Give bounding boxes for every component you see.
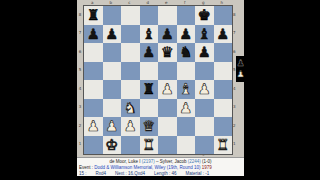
square-d3[interactable]: [140, 99, 159, 118]
square-g3[interactable]: [195, 99, 214, 118]
next-move: Next : 16.Qxd4: [115, 171, 145, 176]
square-g7[interactable]: ♝: [195, 25, 214, 44]
square-c3[interactable]: ♞: [121, 99, 140, 118]
square-d8[interactable]: [140, 6, 159, 25]
square-g2[interactable]: [195, 117, 214, 136]
square-c7[interactable]: [121, 25, 140, 44]
white-queen-d2: ♛: [142, 117, 155, 136]
square-a3[interactable]: [84, 99, 103, 118]
square-d6[interactable]: ♟: [140, 43, 159, 62]
black-pawn-g6: ♟: [198, 43, 211, 62]
black-rook-d4: ♜: [142, 80, 155, 99]
square-b3[interactable]: [103, 99, 122, 118]
square-c2[interactable]: ♟: [121, 117, 140, 136]
square-f7[interactable]: ♟: [177, 25, 196, 44]
square-d5[interactable]: [140, 62, 159, 81]
square-a1[interactable]: [84, 136, 103, 155]
square-b8[interactable]: [103, 6, 122, 25]
white-player-name: de Moor, Luke I: [109, 159, 140, 164]
video-frame: abcdefgh abcdefgh 87654321 87654321 ♜♚♟♟…: [0, 0, 320, 180]
square-c1[interactable]: [121, 136, 140, 155]
move-number: 15 :: [79, 171, 87, 176]
square-a4[interactable]: [84, 80, 103, 99]
square-b6[interactable]: [103, 43, 122, 62]
move-status-line: 15 : Rxd4 Next : 16.Qxd4 Length : 46 Mat…: [79, 171, 242, 176]
square-f5[interactable]: [177, 62, 196, 81]
black-pawn-e7: ♟: [161, 25, 174, 44]
square-c5[interactable]: [121, 62, 140, 81]
white-knight-c3: ♞: [124, 99, 137, 118]
game-info-panel: de Moor, Luke I (2197) – Sylver, Jacob (…: [77, 157, 244, 176]
square-d1[interactable]: ♜: [140, 136, 159, 155]
square-g4[interactable]: ♟: [195, 80, 214, 99]
chessboard-panel: abcdefgh abcdefgh 87654321 87654321 ♜♚♟♟…: [77, 0, 244, 157]
square-f2[interactable]: [177, 117, 196, 136]
black-pawn-a7: ♟: [87, 25, 100, 44]
square-e3[interactable]: [158, 99, 177, 118]
black-player-name: Sylver, Jacob: [160, 159, 187, 164]
coordinate-label: 1: [232, 135, 242, 154]
square-d7[interactable]: ♝: [140, 25, 159, 44]
captured-white-pawn-icon: ♟: [236, 69, 244, 80]
black-pawn-f7: ♟: [179, 25, 192, 44]
event-year: 1979: [202, 165, 212, 170]
square-b4[interactable]: [103, 80, 122, 99]
black-pawn-h7: ♟: [216, 25, 229, 44]
square-b2[interactable]: ♟: [103, 117, 122, 136]
square-g5[interactable]: [195, 62, 214, 81]
event-link[interactable]: Dodd & Williamson Memorial, Wiley (19th,…: [94, 165, 200, 170]
square-f8[interactable]: [177, 6, 196, 25]
square-a2[interactable]: ♟: [84, 117, 103, 136]
square-h1[interactable]: ♜: [214, 136, 233, 155]
square-e4[interactable]: ♟: [158, 80, 177, 99]
game-result: (1-0): [202, 159, 212, 164]
square-c6[interactable]: [121, 43, 140, 62]
white-player-rating: (2197): [142, 159, 155, 164]
square-h8[interactable]: [214, 6, 233, 25]
event-label: Event :: [79, 165, 93, 170]
square-f6[interactable]: ♞: [177, 43, 196, 62]
players-separator: –: [156, 159, 159, 164]
square-e5[interactable]: [158, 62, 177, 81]
square-e7[interactable]: ♟: [158, 25, 177, 44]
white-pawn-e4: ♟: [161, 80, 174, 99]
black-pawn-b7: ♟: [105, 25, 118, 44]
coordinate-label: 7: [232, 24, 242, 43]
last-move: Rxd4: [96, 171, 107, 176]
square-g1[interactable]: [195, 136, 214, 155]
black-rook-a8: ♜: [87, 6, 100, 25]
coordinate-label: 8: [232, 5, 242, 24]
white-pawn-b2: ♟: [105, 117, 118, 136]
white-rook-h1: ♜: [216, 136, 229, 155]
square-h6[interactable]: [214, 43, 233, 62]
square-h7[interactable]: ♟: [214, 25, 233, 44]
white-pawn-a2: ♟: [87, 117, 100, 136]
square-a8[interactable]: ♜: [84, 6, 103, 25]
square-e6[interactable]: ♛: [158, 43, 177, 62]
black-bishop-g7: ♝: [198, 25, 211, 44]
square-e2[interactable]: [158, 117, 177, 136]
square-e8[interactable]: [158, 6, 177, 25]
square-f3[interactable]: ♟: [177, 99, 196, 118]
square-b5[interactable]: [103, 62, 122, 81]
coordinate-label: 3: [232, 98, 242, 117]
black-knight-f6: ♞: [179, 43, 192, 62]
white-bishop-f4: ♝: [179, 80, 192, 99]
square-g8[interactable]: ♚: [195, 6, 214, 25]
black-pawn-d6: ♟: [142, 43, 155, 62]
square-a6[interactable]: [84, 43, 103, 62]
white-pawn-f3: ♟: [179, 99, 192, 118]
square-h4[interactable]: [214, 80, 233, 99]
square-a7[interactable]: ♟: [84, 25, 103, 44]
black-bishop-d7: ♝: [142, 25, 155, 44]
coordinate-label: 2: [232, 116, 242, 135]
material-balance: Material : -1: [186, 171, 210, 176]
square-g6[interactable]: ♟: [195, 43, 214, 62]
square-f4[interactable]: ♝: [177, 80, 196, 99]
game-length: Length : 46: [154, 171, 177, 176]
square-h5[interactable]: [214, 62, 233, 81]
square-h2[interactable]: [214, 117, 233, 136]
square-b7[interactable]: ♟: [103, 25, 122, 44]
square-c4[interactable]: [121, 80, 140, 99]
square-d4[interactable]: ♜: [140, 80, 159, 99]
white-king-b1: ♚: [105, 136, 118, 155]
captured-black-pawn-icon: ♟: [236, 58, 244, 69]
black-king-g8: ♚: [198, 6, 211, 25]
square-h3[interactable]: [214, 99, 233, 118]
square-f1[interactable]: [177, 136, 196, 155]
black-player-rating: (2244): [188, 159, 201, 164]
square-d2[interactable]: ♛: [140, 117, 159, 136]
black-queen-e6: ♛: [161, 43, 174, 62]
white-pawn-g4: ♟: [198, 80, 211, 99]
white-pawn-c2: ♟: [124, 117, 137, 136]
square-e1[interactable]: [158, 136, 177, 155]
chessboard: ♜♚♟♟♝♟♟♝♟♟♛♞♟♜♟♝♟♞♟♟♟♟♛♚♜♜: [83, 5, 233, 155]
square-b1[interactable]: ♚: [103, 136, 122, 155]
captured-material-tray: ♟ ♟: [236, 56, 245, 82]
white-rook-d1: ♜: [142, 136, 155, 155]
square-c8[interactable]: [121, 6, 140, 25]
square-a5[interactable]: [84, 62, 103, 81]
